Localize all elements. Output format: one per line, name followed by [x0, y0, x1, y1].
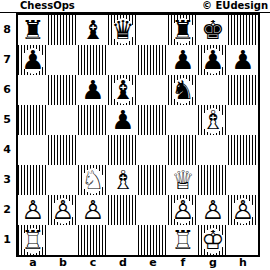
square-f5[interactable]: [168, 105, 198, 135]
white-bishop-g5: ♗: [198, 105, 228, 135]
file-label-e: e: [138, 257, 168, 270]
white-queen-f3: ♕: [168, 165, 198, 195]
square-c6[interactable]: ♟: [78, 75, 108, 105]
white-rook-f1: ♖: [168, 225, 198, 255]
square-h4[interactable]: [228, 135, 258, 165]
square-f6[interactable]: ♞: [168, 75, 198, 105]
square-g5[interactable]: ♗: [198, 105, 228, 135]
square-e8[interactable]: [138, 15, 168, 45]
copyright-label: © EUdesign: [202, 0, 268, 11]
square-g4[interactable]: [198, 135, 228, 165]
square-b7[interactable]: [48, 45, 78, 75]
square-b8[interactable]: [48, 15, 78, 45]
rank-label-4: 4: [0, 135, 14, 165]
white-pawn-g2: ♙: [198, 195, 228, 225]
square-c1[interactable]: [78, 225, 108, 255]
square-a3[interactable]: [18, 165, 48, 195]
square-c3[interactable]: ♘: [78, 165, 108, 195]
file-label-g: g: [198, 257, 228, 270]
square-b5[interactable]: [48, 105, 78, 135]
board: ♜♝♛♜♚♟♟♟♟♟♝♞♟♗♘♗♕♙♙♙♙♙♙♖♖♔: [16, 13, 260, 257]
rank-label-5: 5: [0, 105, 14, 135]
square-e6[interactable]: [138, 75, 168, 105]
black-knight-f6: ♞: [168, 75, 198, 105]
white-rook-a1: ♖: [18, 225, 48, 255]
app-title: ChessOps: [20, 0, 75, 11]
rank-label-6: 6: [0, 75, 14, 105]
white-bishop-d3: ♗: [108, 165, 138, 195]
file-label-d: d: [108, 257, 138, 270]
white-king-g1: ♔: [198, 225, 228, 255]
white-pawn-c2: ♙: [78, 195, 108, 225]
square-g7[interactable]: ♟: [198, 45, 228, 75]
square-g6[interactable]: [198, 75, 228, 105]
square-c4[interactable]: [78, 135, 108, 165]
black-bishop-d6: ♝: [108, 75, 138, 105]
square-c5[interactable]: [78, 105, 108, 135]
square-h2[interactable]: ♙: [228, 195, 258, 225]
square-e1[interactable]: [138, 225, 168, 255]
black-pawn-g7: ♟: [198, 45, 228, 75]
rank-label-3: 3: [0, 165, 14, 195]
square-d5[interactable]: ♟: [108, 105, 138, 135]
square-g8[interactable]: ♚: [198, 15, 228, 45]
file-label-c: c: [78, 257, 108, 270]
square-d4[interactable]: [108, 135, 138, 165]
square-h8[interactable]: [228, 15, 258, 45]
file-label-f: f: [168, 257, 198, 270]
square-f7[interactable]: ♟: [168, 45, 198, 75]
square-h6[interactable]: [228, 75, 258, 105]
black-pawn-a7: ♟: [18, 45, 48, 75]
square-e3[interactable]: [138, 165, 168, 195]
square-f3[interactable]: ♕: [168, 165, 198, 195]
square-g1[interactable]: ♔: [198, 225, 228, 255]
square-d8[interactable]: ♛: [108, 15, 138, 45]
file-label-a: a: [18, 257, 48, 270]
square-f8[interactable]: ♜: [168, 15, 198, 45]
black-bishop-c8: ♝: [78, 15, 108, 45]
square-e4[interactable]: [138, 135, 168, 165]
square-d1[interactable]: [108, 225, 138, 255]
square-e2[interactable]: [138, 195, 168, 225]
square-b6[interactable]: [48, 75, 78, 105]
square-a6[interactable]: [18, 75, 48, 105]
square-h1[interactable]: [228, 225, 258, 255]
square-f2[interactable]: ♙: [168, 195, 198, 225]
square-e7[interactable]: [138, 45, 168, 75]
square-a5[interactable]: [18, 105, 48, 135]
chess-diagram-screen: ChessOps © EUdesign ♜♝♛♜♚♟♟♟♟♟♝♞♟♗♘♗♕♙♙♙…: [0, 0, 270, 270]
white-pawn-h2: ♙: [228, 195, 258, 225]
file-label-b: b: [48, 257, 78, 270]
rank-label-2: 2: [0, 195, 14, 225]
white-pawn-b2: ♙: [48, 195, 78, 225]
square-c7[interactable]: [78, 45, 108, 75]
square-a4[interactable]: [18, 135, 48, 165]
square-d7[interactable]: [108, 45, 138, 75]
black-pawn-f7: ♟: [168, 45, 198, 75]
rank-label-8: 8: [0, 15, 14, 45]
black-pawn-c6: ♟: [78, 75, 108, 105]
square-c2[interactable]: ♙: [78, 195, 108, 225]
square-g3[interactable]: [198, 165, 228, 195]
square-h5[interactable]: [228, 105, 258, 135]
square-e5[interactable]: [138, 105, 168, 135]
white-pawn-a2: ♙: [18, 195, 48, 225]
white-knight-c3: ♘: [78, 165, 108, 195]
square-f1[interactable]: ♖: [168, 225, 198, 255]
rank-label-1: 1: [0, 225, 14, 255]
black-pawn-d5: ♟: [108, 105, 138, 135]
square-a7[interactable]: ♟: [18, 45, 48, 75]
square-d2[interactable]: [108, 195, 138, 225]
square-h3[interactable]: [228, 165, 258, 195]
black-rook-f8: ♜: [168, 15, 198, 45]
black-queen-d8: ♛: [108, 15, 138, 45]
square-d3[interactable]: ♗: [108, 165, 138, 195]
square-h7[interactable]: ♟: [228, 45, 258, 75]
black-rook-a8: ♜: [18, 15, 48, 45]
square-a1[interactable]: ♖: [18, 225, 48, 255]
square-g2[interactable]: ♙: [198, 195, 228, 225]
white-pawn-f2: ♙: [168, 195, 198, 225]
square-a2[interactable]: ♙: [18, 195, 48, 225]
black-pawn-h7: ♟: [228, 45, 258, 75]
rank-label-7: 7: [0, 45, 14, 75]
square-d6[interactable]: ♝: [108, 75, 138, 105]
header-bar: ChessOps © EUdesign: [0, 0, 270, 13]
square-f4[interactable]: [168, 135, 198, 165]
file-label-h: h: [228, 257, 258, 270]
square-b4[interactable]: [48, 135, 78, 165]
square-b3[interactable]: [48, 165, 78, 195]
square-b2[interactable]: ♙: [48, 195, 78, 225]
square-a8[interactable]: ♜: [18, 15, 48, 45]
square-b1[interactable]: [48, 225, 78, 255]
black-king-g8: ♚: [198, 15, 228, 45]
square-c8[interactable]: ♝: [78, 15, 108, 45]
